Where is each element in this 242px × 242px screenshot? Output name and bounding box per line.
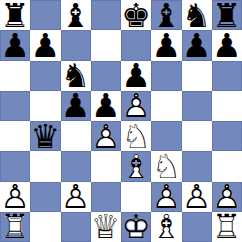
white-bishop-e3: ♝♗ <box>121 151 151 181</box>
square-d6[interactable] <box>91 61 121 91</box>
square-g4[interactable] <box>182 121 212 151</box>
square-e8[interactable]: ♚ <box>121 0 151 30</box>
square-g8[interactable]: ♞ <box>182 0 212 30</box>
square-h2[interactable]: ♟♙ <box>212 182 242 212</box>
square-e3[interactable]: ♝♗ <box>121 151 151 181</box>
square-a4[interactable] <box>0 121 30 151</box>
square-d5[interactable]: ♟ <box>91 91 121 121</box>
square-g7[interactable]: ♟ <box>182 30 212 60</box>
white-knight-f3: ♞♘ <box>151 151 181 181</box>
black-bishop-f8: ♝ <box>151 0 181 30</box>
square-d7[interactable] <box>91 30 121 60</box>
square-a1[interactable]: ♜♖ <box>0 212 30 242</box>
square-a2[interactable]: ♟♙ <box>0 182 30 212</box>
square-c8[interactable]: ♝ <box>61 0 91 30</box>
white-pawn-h2: ♟♙ <box>212 182 242 212</box>
square-d2[interactable] <box>91 182 121 212</box>
square-b8[interactable] <box>30 0 60 30</box>
square-a8[interactable]: ♜ <box>0 0 30 30</box>
square-c4[interactable] <box>61 121 91 151</box>
square-f1[interactable]: ♝♗ <box>151 212 181 242</box>
white-rook-h1: ♜♖ <box>212 212 242 242</box>
black-pawn-h7: ♟ <box>212 30 242 60</box>
square-a7[interactable]: ♟ <box>0 30 30 60</box>
square-d8[interactable] <box>91 0 121 30</box>
white-queen-d1: ♛♕ <box>91 212 121 242</box>
black-rook-h8: ♜ <box>212 0 242 30</box>
black-rook-a8: ♜ <box>0 0 30 30</box>
black-queen-b4: ♛ <box>30 121 60 151</box>
black-knight-c6: ♞ <box>61 61 91 91</box>
square-c2[interactable]: ♟♙ <box>61 182 91 212</box>
square-g5[interactable] <box>182 91 212 121</box>
square-c7[interactable] <box>61 30 91 60</box>
square-b3[interactable] <box>30 151 60 181</box>
white-rook-a1: ♜♖ <box>0 212 30 242</box>
square-b2[interactable] <box>30 182 60 212</box>
square-e6[interactable]: ♟ <box>121 61 151 91</box>
square-e7[interactable] <box>121 30 151 60</box>
square-h6[interactable] <box>212 61 242 91</box>
white-pawn-c2: ♟♙ <box>61 182 91 212</box>
square-h3[interactable] <box>212 151 242 181</box>
square-f8[interactable]: ♝ <box>151 0 181 30</box>
square-b7[interactable]: ♟ <box>30 30 60 60</box>
square-c3[interactable] <box>61 151 91 181</box>
white-pawn-a2: ♟♙ <box>0 182 30 212</box>
square-a6[interactable] <box>0 61 30 91</box>
square-g1[interactable] <box>182 212 212 242</box>
square-e1[interactable]: ♚♔ <box>121 212 151 242</box>
square-b6[interactable] <box>30 61 60 91</box>
square-h7[interactable]: ♟ <box>212 30 242 60</box>
square-g6[interactable] <box>182 61 212 91</box>
black-pawn-e6: ♟ <box>121 61 151 91</box>
square-f4[interactable] <box>151 121 181 151</box>
square-e2[interactable] <box>121 182 151 212</box>
square-f3[interactable]: ♞♘ <box>151 151 181 181</box>
black-knight-g8: ♞ <box>182 0 212 30</box>
white-knight-e4: ♞♘ <box>121 121 151 151</box>
white-pawn-g2: ♟♙ <box>182 182 212 212</box>
black-pawn-g7: ♟ <box>182 30 212 60</box>
square-g2[interactable]: ♟♙ <box>182 182 212 212</box>
square-f5[interactable] <box>151 91 181 121</box>
square-b1[interactable] <box>30 212 60 242</box>
square-f2[interactable]: ♟♙ <box>151 182 181 212</box>
square-d3[interactable] <box>91 151 121 181</box>
white-pawn-e5: ♟♙ <box>121 91 151 121</box>
square-c6[interactable]: ♞ <box>61 61 91 91</box>
square-a5[interactable] <box>0 91 30 121</box>
square-f6[interactable] <box>151 61 181 91</box>
square-f7[interactable]: ♟ <box>151 30 181 60</box>
square-c5[interactable]: ♟ <box>61 91 91 121</box>
black-pawn-a7: ♟ <box>0 30 30 60</box>
white-bishop-f1: ♝♗ <box>151 212 181 242</box>
square-a3[interactable] <box>0 151 30 181</box>
square-d1[interactable]: ♛♕ <box>91 212 121 242</box>
square-e5[interactable]: ♟♙ <box>121 91 151 121</box>
white-pawn-f2: ♟♙ <box>151 182 181 212</box>
black-king-e8: ♚ <box>121 0 151 30</box>
black-pawn-f7: ♟ <box>151 30 181 60</box>
square-h8[interactable]: ♜ <box>212 0 242 30</box>
black-pawn-c5: ♟ <box>61 91 91 121</box>
square-h4[interactable] <box>212 121 242 151</box>
square-e4[interactable]: ♞♘ <box>121 121 151 151</box>
square-d4[interactable]: ♟♙ <box>91 121 121 151</box>
square-c1[interactable] <box>61 212 91 242</box>
white-king-e1: ♚♔ <box>121 212 151 242</box>
square-b5[interactable] <box>30 91 60 121</box>
black-pawn-b7: ♟ <box>30 30 60 60</box>
square-h5[interactable] <box>212 91 242 121</box>
square-h1[interactable]: ♜♖ <box>212 212 242 242</box>
square-b4[interactable]: ♛ <box>30 121 60 151</box>
black-pawn-d5: ♟ <box>91 91 121 121</box>
black-bishop-c8: ♝ <box>61 0 91 30</box>
square-g3[interactable] <box>182 151 212 181</box>
white-pawn-d4: ♟♙ <box>91 121 121 151</box>
chess-board: ♜♝♚♝♞♜♟♟♟♟♟♞♟♟♟♟♙♛♟♙♞♘♝♗♞♘♟♙♟♙♟♙♟♙♟♙♜♖♛♕… <box>0 0 242 242</box>
